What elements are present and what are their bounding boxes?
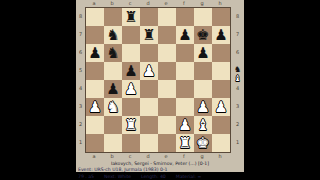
square-a8 (86, 8, 104, 26)
square-h6 (212, 44, 230, 62)
square-e2 (158, 116, 176, 134)
square-f7: ♟ (176, 26, 194, 44)
white-pawn-g3: ♟ (196, 98, 209, 116)
square-e6 (158, 44, 176, 62)
file-label-d: d (139, 0, 157, 7)
event-text: Event: URS-ch U18, Jurmala (1983) 0-1 (76, 167, 244, 172)
square-d3 (140, 98, 158, 116)
file-label-e: e (157, 153, 175, 160)
square-g2: ♝ (194, 116, 212, 134)
square-g1: ♚ (194, 134, 212, 152)
chess-diagram: abcdefgh 87654321 ♜♞♜♟♚♟♟♞♟♟♟♟♟♟♞♟♟♜♟♝♜♚… (76, 0, 244, 172)
square-d8 (140, 8, 158, 26)
status-token-3: Material: = (176, 174, 202, 179)
rank-label-3: 3 (76, 97, 85, 115)
square-e1 (158, 134, 176, 152)
material-white-piece-icon: ♝ (234, 74, 241, 83)
square-e5 (158, 62, 176, 80)
square-a5 (86, 62, 104, 80)
rank-label-8: 8 (76, 7, 85, 25)
square-g3: ♟ (194, 98, 212, 116)
square-b3: ♞ (104, 98, 122, 116)
square-g7: ♚ (194, 26, 212, 44)
square-g4 (194, 80, 212, 98)
white-pawn-h3: ♟ (214, 98, 227, 116)
status-line: 79 . a5Next: WhiteLength: 40Material: = (76, 174, 244, 179)
rank-label-8: 8 (231, 7, 244, 25)
white-rook-f1: ♜ (178, 134, 191, 152)
square-c6 (122, 44, 140, 62)
black-pawn-c5: ♟ (124, 62, 137, 80)
game-info-footer: Iakovych, Sergei - Smirnov, Peter (...) … (76, 160, 244, 179)
white-pawn-f2: ♟ (178, 116, 191, 134)
square-a2 (86, 116, 104, 134)
square-a1 (86, 134, 104, 152)
square-f5 (176, 62, 194, 80)
status-token-1: Next: White (104, 174, 131, 179)
file-label-h: h (211, 153, 229, 160)
square-h7: ♟ (212, 26, 230, 44)
square-b1 (104, 134, 122, 152)
rank-label-1: 1 (76, 133, 85, 151)
square-d2 (140, 116, 158, 134)
square-h2 (212, 116, 230, 134)
white-bishop-g2: ♝ (196, 116, 209, 134)
square-f4 (176, 80, 194, 98)
white-knight-b3: ♞ (106, 98, 119, 116)
square-g6: ♟ (194, 44, 212, 62)
black-pawn-a6: ♟ (88, 44, 101, 62)
square-a6: ♟ (86, 44, 104, 62)
black-rook-d7: ♜ (142, 26, 155, 44)
white-pawn-d5: ♟ (142, 62, 155, 80)
file-label-a: a (85, 0, 103, 7)
square-h1 (212, 134, 230, 152)
square-c1 (122, 134, 140, 152)
white-rook-c2: ♜ (124, 116, 137, 134)
square-f2: ♟ (176, 116, 194, 134)
square-a3: ♟ (86, 98, 104, 116)
file-label-g: g (193, 153, 211, 160)
square-e4 (158, 80, 176, 98)
rank-label-6: 6 (76, 43, 85, 61)
square-d4 (140, 80, 158, 98)
square-c8: ♜ (122, 8, 140, 26)
file-label-h: h (211, 0, 229, 7)
square-e3 (158, 98, 176, 116)
rank-label-2: 2 (76, 115, 85, 133)
file-labels-bottom: abcdefgh (85, 153, 244, 160)
rank-label-1: 1 (231, 133, 244, 151)
black-knight-b7: ♞ (106, 26, 119, 44)
square-f1: ♜ (176, 134, 194, 152)
square-f3 (176, 98, 194, 116)
material-indicator: ♞ ♝ (232, 65, 243, 83)
status-token-2: Length: 40 (141, 174, 166, 179)
square-c4: ♟ (122, 80, 140, 98)
square-e7 (158, 26, 176, 44)
square-a7 (86, 26, 104, 44)
square-c7 (122, 26, 140, 44)
file-label-c: c (121, 0, 139, 7)
file-labels-top: abcdefgh (85, 0, 244, 7)
square-b7: ♞ (104, 26, 122, 44)
square-c5: ♟ (122, 62, 140, 80)
players-result-text: Iakovych, Sergei - Smirnov, Peter (...) … (76, 161, 244, 166)
file-label-e: e (157, 0, 175, 7)
material-black-piece-icon: ♞ (234, 65, 241, 74)
rank-label-7: 7 (76, 25, 85, 43)
square-g5 (194, 62, 212, 80)
file-label-d: d (139, 153, 157, 160)
chess-board: ♜♞♜♟♚♟♟♞♟♟♟♟♟♟♞♟♟♜♟♝♜♚ (85, 7, 231, 153)
rank-label-4: 4 (76, 79, 85, 97)
black-pawn-f7: ♟ (178, 26, 191, 44)
black-pawn-h7: ♟ (214, 26, 227, 44)
square-a4 (86, 80, 104, 98)
file-label-b: b (103, 153, 121, 160)
square-f8 (176, 8, 194, 26)
square-h3: ♟ (212, 98, 230, 116)
file-label-g: g (193, 0, 211, 7)
white-king-g1: ♚ (196, 134, 209, 152)
square-b4: ♟ (104, 80, 122, 98)
black-king-g7: ♚ (196, 26, 209, 44)
white-pawn-a3: ♟ (88, 98, 101, 116)
file-label-b: b (103, 0, 121, 7)
square-b6: ♞ (104, 44, 122, 62)
rank-label-6: 6 (231, 43, 244, 61)
rank-labels-right: 87654321 ♞ ♝ (231, 7, 244, 153)
rank-label-5: 5 (76, 61, 85, 79)
black-knight-b6: ♞ (106, 44, 119, 62)
black-pawn-b4: ♟ (106, 80, 119, 98)
video-frame: abcdefgh 87654321 ♜♞♜♟♚♟♟♞♟♟♟♟♟♟♞♟♟♜♟♝♜♚… (0, 0, 320, 180)
square-d7: ♜ (140, 26, 158, 44)
file-label-f: f (175, 153, 193, 160)
square-e8 (158, 8, 176, 26)
square-d6 (140, 44, 158, 62)
square-c2: ♜ (122, 116, 140, 134)
square-h4 (212, 80, 230, 98)
square-b5 (104, 62, 122, 80)
square-b2 (104, 116, 122, 134)
square-b8 (104, 8, 122, 26)
square-g8 (194, 8, 212, 26)
square-c3 (122, 98, 140, 116)
file-label-a: a (85, 153, 103, 160)
square-h5 (212, 62, 230, 80)
black-rook-c8: ♜ (124, 8, 137, 26)
square-d5: ♟ (140, 62, 158, 80)
black-pawn-g6: ♟ (196, 44, 209, 62)
rank-label-3: 3 (231, 97, 244, 115)
rank-label-7: 7 (231, 25, 244, 43)
file-label-f: f (175, 0, 193, 7)
square-f6 (176, 44, 194, 62)
status-token-0: 79 . a5 (78, 174, 94, 179)
file-label-c: c (121, 153, 139, 160)
white-pawn-c4: ♟ (124, 80, 137, 98)
square-d1 (140, 134, 158, 152)
square-h8 (212, 8, 230, 26)
rank-label-2: 2 (231, 115, 244, 133)
rank-labels-left: 87654321 (76, 7, 85, 153)
